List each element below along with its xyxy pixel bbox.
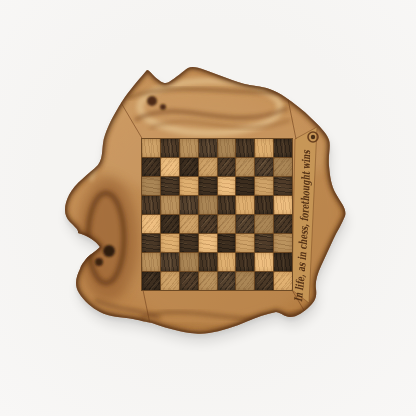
square-c4[interactable]: [180, 215, 198, 233]
square-a7[interactable]: [142, 158, 160, 176]
square-b1[interactable]: [161, 272, 179, 290]
square-e3[interactable]: [218, 234, 236, 252]
square-f6[interactable]: [236, 177, 254, 195]
square-a8[interactable]: [142, 139, 160, 157]
square-h6[interactable]: [274, 177, 292, 195]
square-e5[interactable]: [218, 196, 236, 214]
square-d4[interactable]: [199, 215, 217, 233]
square-h1[interactable]: [274, 272, 292, 290]
square-f2[interactable]: [236, 253, 254, 271]
square-e7[interactable]: [218, 158, 236, 176]
square-d1[interactable]: [199, 272, 217, 290]
square-b6[interactable]: [161, 177, 179, 195]
square-e2[interactable]: [218, 253, 236, 271]
square-c3[interactable]: [180, 234, 198, 252]
square-h8[interactable]: [274, 139, 292, 157]
square-a4[interactable]: [142, 215, 160, 233]
square-c7[interactable]: [180, 158, 198, 176]
square-h5[interactable]: [274, 196, 292, 214]
square-d5[interactable]: [199, 196, 217, 214]
square-c1[interactable]: [180, 272, 198, 290]
square-f7[interactable]: [236, 158, 254, 176]
chess-board: [142, 139, 292, 290]
square-h4[interactable]: [274, 215, 292, 233]
square-d6[interactable]: [199, 177, 217, 195]
square-b5[interactable]: [161, 196, 179, 214]
square-b2[interactable]: [161, 253, 179, 271]
square-e4[interactable]: [218, 215, 236, 233]
square-f4[interactable]: [236, 215, 254, 233]
square-b8[interactable]: [161, 139, 179, 157]
square-g4[interactable]: [255, 215, 273, 233]
square-c6[interactable]: [180, 177, 198, 195]
square-d8[interactable]: [199, 139, 217, 157]
square-f1[interactable]: [236, 272, 254, 290]
square-h2[interactable]: [274, 253, 292, 271]
square-c5[interactable]: [180, 196, 198, 214]
square-f3[interactable]: [236, 234, 254, 252]
square-g1[interactable]: [255, 272, 273, 290]
square-g7[interactable]: [255, 158, 273, 176]
square-a2[interactable]: [142, 253, 160, 271]
product-photo: In life, as in chess, forethought wins: [0, 0, 416, 416]
square-e6[interactable]: [218, 177, 236, 195]
square-c2[interactable]: [180, 253, 198, 271]
square-d7[interactable]: [199, 158, 217, 176]
square-e8[interactable]: [218, 139, 236, 157]
square-g6[interactable]: [255, 177, 273, 195]
square-a5[interactable]: [142, 196, 160, 214]
square-f8[interactable]: [236, 139, 254, 157]
square-b3[interactable]: [161, 234, 179, 252]
square-g8[interactable]: [255, 139, 273, 157]
square-b4[interactable]: [161, 215, 179, 233]
square-a1[interactable]: [142, 272, 160, 290]
square-g2[interactable]: [255, 253, 273, 271]
square-b7[interactable]: [161, 158, 179, 176]
square-f5[interactable]: [236, 196, 254, 214]
square-d3[interactable]: [199, 234, 217, 252]
square-a6[interactable]: [142, 177, 160, 195]
square-h3[interactable]: [274, 234, 292, 252]
square-e1[interactable]: [218, 272, 236, 290]
square-g5[interactable]: [255, 196, 273, 214]
square-d2[interactable]: [199, 253, 217, 271]
square-a3[interactable]: [142, 234, 160, 252]
square-g3[interactable]: [255, 234, 273, 252]
square-h7[interactable]: [274, 158, 292, 176]
square-c8[interactable]: [180, 139, 198, 157]
